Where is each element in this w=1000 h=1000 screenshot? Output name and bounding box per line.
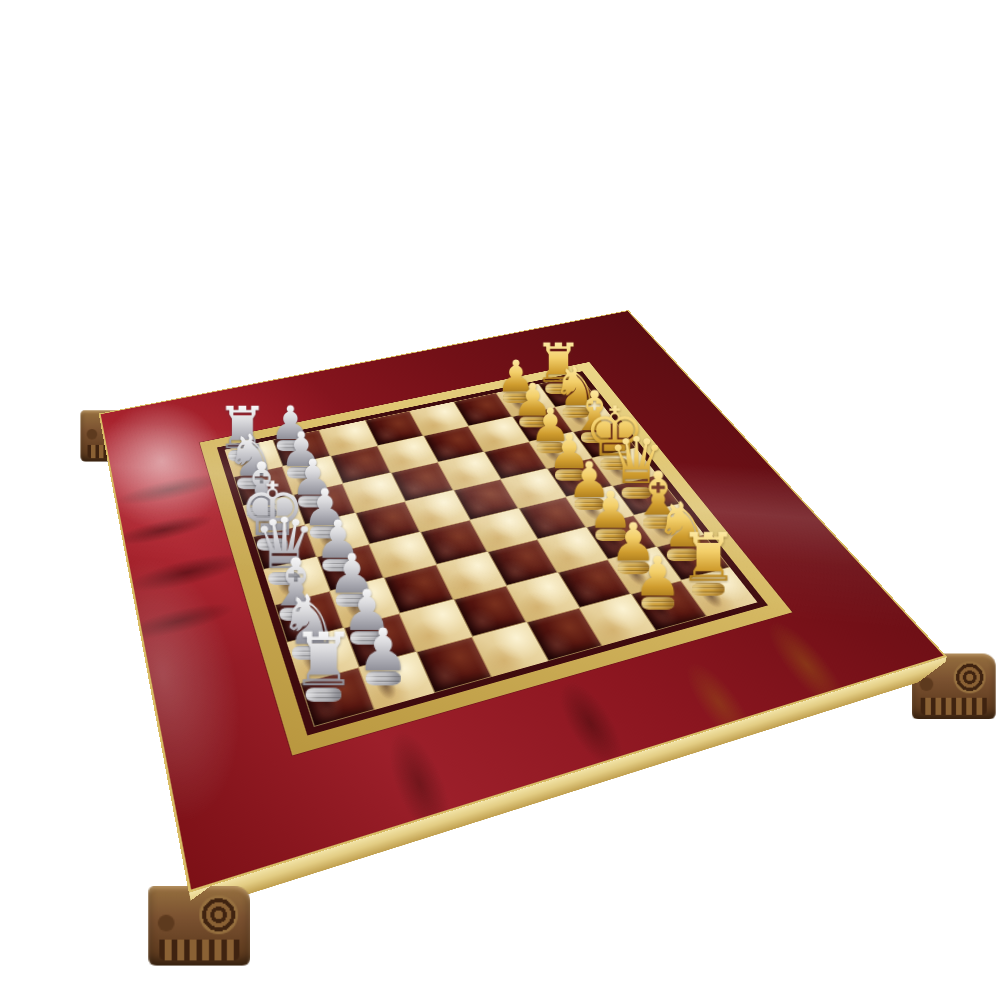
board-3d-wrapper: ♜♞♝♛♚♝♞♜♟♟♟♟♟♟♟♟♟♟♟♟♟♟♟♟♜♞♝♛♚♝♞♜ [99, 310, 947, 893]
pieces-layer: ♜♞♝♛♚♝♞♜♟♟♟♟♟♟♟♟♟♟♟♟♟♟♟♟♜♞♝♛♚♝♞♜ [223, 377, 757, 730]
piece-billboard: ♟ [623, 552, 693, 610]
piece-white-pawn-a2[interactable]: ♟ [357, 654, 433, 712]
product-photo-scene: ♜♞♝♛♚♝♞♜♟♟♟♟♟♟♟♟♟♟♟♟♟♟♟♟♜♞♝♛♚♝♞♜ [0, 0, 1000, 1000]
pawn-glyph: ♟ [633, 552, 682, 602]
bronze-foot-near [148, 886, 250, 966]
pawn-glyph: ♟ [357, 623, 410, 677]
piece-billboard: ♜ [286, 626, 362, 702]
rook-glyph: ♜ [291, 626, 357, 694]
